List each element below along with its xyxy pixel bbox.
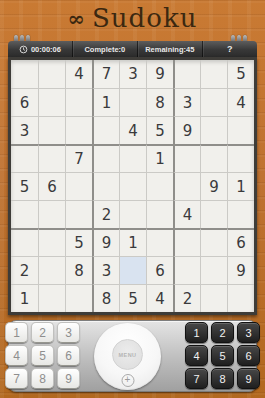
cell-r8c3[interactable]: 8 <box>65 256 92 284</box>
app-title-text: Sudoku <box>92 3 197 33</box>
cell-r4c6[interactable]: 1 <box>146 144 173 172</box>
ink-keypad: 123456789 <box>185 322 260 389</box>
cell-r8c4[interactable]: 3 <box>92 256 119 284</box>
cell-r7c3[interactable]: 5 <box>65 228 92 256</box>
right-key-2[interactable]: 2 <box>211 322 234 343</box>
right-key-9[interactable]: 9 <box>237 368 260 389</box>
cell-r4c9[interactable] <box>227 144 254 172</box>
cell-r3c3[interactable] <box>65 116 92 144</box>
right-key-7[interactable]: 7 <box>185 368 208 389</box>
cell-r5c7[interactable] <box>173 172 200 200</box>
cell-r6c7[interactable]: 4 <box>173 200 200 228</box>
cell-r8c9[interactable]: 9 <box>227 256 254 284</box>
cell-r8c2[interactable] <box>38 256 65 284</box>
cell-r3c4[interactable] <box>92 116 119 144</box>
cell-r7c2[interactable] <box>38 228 65 256</box>
cell-r3c7[interactable]: 9 <box>173 116 200 144</box>
right-key-3[interactable]: 3 <box>237 322 260 343</box>
cell-r4c2[interactable] <box>38 144 65 172</box>
cell-r5c1[interactable]: 5 <box>11 172 38 200</box>
remaining-counter: Remaining:45 <box>137 41 202 57</box>
cell-r1c3[interactable]: 4 <box>65 60 92 88</box>
cell-r4c1[interactable] <box>11 144 38 172</box>
cell-r8c1[interactable]: 2 <box>11 256 38 284</box>
left-key-6[interactable]: 6 <box>57 345 80 366</box>
cell-r6c2[interactable] <box>38 200 65 228</box>
complete-counter: Complete:0 <box>72 41 137 57</box>
right-key-4[interactable]: 4 <box>185 345 208 366</box>
left-key-4[interactable]: 4 <box>5 345 28 366</box>
cell-r3c8[interactable] <box>200 116 227 144</box>
cell-r2c1[interactable]: 6 <box>11 88 38 116</box>
zoom-plus-button[interactable]: + <box>121 374 134 387</box>
cell-r1c6[interactable]: 9 <box>146 60 173 88</box>
left-key-2[interactable]: 2 <box>31 322 54 343</box>
cell-r3c1[interactable]: 3 <box>11 116 38 144</box>
menu-wheel[interactable]: MENU + <box>94 323 161 390</box>
cell-r8c8[interactable] <box>200 256 227 284</box>
cell-r2c4[interactable]: 1 <box>92 88 119 116</box>
left-key-8[interactable]: 8 <box>31 368 54 389</box>
right-key-5[interactable]: 5 <box>211 345 234 366</box>
cell-r6c8[interactable] <box>200 200 227 228</box>
cell-r1c2[interactable] <box>38 60 65 88</box>
left-key-3[interactable]: 3 <box>57 322 80 343</box>
cell-r4c8[interactable] <box>200 144 227 172</box>
cell-r7c7[interactable] <box>173 228 200 256</box>
cell-r9c1[interactable]: 1 <box>11 284 38 312</box>
cell-r9c7[interactable]: 2 <box>173 284 200 312</box>
cell-r3c9[interactable] <box>227 116 254 144</box>
cell-r2c8[interactable] <box>200 88 227 116</box>
cell-r4c3[interactable]: 7 <box>65 144 92 172</box>
cell-r3c6[interactable]: 5 <box>146 116 173 144</box>
cell-r9c4[interactable]: 8 <box>92 284 119 312</box>
cell-r2c2[interactable] <box>38 88 65 116</box>
cell-r6c1[interactable] <box>11 200 38 228</box>
cell-r1c9[interactable]: 5 <box>227 60 254 88</box>
cell-r7c5[interactable]: 1 <box>119 228 146 256</box>
cell-r1c1[interactable] <box>11 60 38 88</box>
cell-r1c7[interactable] <box>173 60 200 88</box>
cell-r9c8[interactable] <box>200 284 227 312</box>
cell-r7c9[interactable]: 6 <box>227 228 254 256</box>
cell-r5c5[interactable] <box>119 172 146 200</box>
timer-value: 00:00:06 <box>31 45 61 54</box>
cell-r7c6[interactable] <box>146 228 173 256</box>
timer-section: 00:00:06 <box>8 41 72 57</box>
cell-r2c6[interactable]: 8 <box>146 88 173 116</box>
cell-r7c1[interactable] <box>11 228 38 256</box>
cell-r1c4[interactable]: 7 <box>92 60 119 88</box>
page-title: ∞Sudoku <box>0 3 265 33</box>
sudoku-board: 473956183434597156912459162836918542 <box>8 57 257 315</box>
cell-r8c7[interactable] <box>173 256 200 284</box>
cell-r7c8[interactable] <box>200 228 227 256</box>
cell-r5c9[interactable]: 1 <box>227 172 254 200</box>
cell-r9c3[interactable] <box>65 284 92 312</box>
right-key-8[interactable]: 8 <box>211 368 234 389</box>
clock-icon <box>19 45 28 54</box>
cell-r1c5[interactable]: 3 <box>119 60 146 88</box>
cell-r4c5[interactable] <box>119 144 146 172</box>
infinity-icon: ∞ <box>68 6 86 31</box>
cell-r9c5[interactable]: 5 <box>119 284 146 312</box>
cell-r2c9[interactable]: 4 <box>227 88 254 116</box>
right-key-1[interactable]: 1 <box>185 322 208 343</box>
status-toolbar: 00:00:06 Complete:0 Remaining:45 ? <box>8 41 257 57</box>
cell-r5c2[interactable]: 6 <box>38 172 65 200</box>
cell-r4c4[interactable] <box>92 144 119 172</box>
menu-button[interactable]: MENU <box>112 339 143 370</box>
cell-r5c8[interactable]: 9 <box>200 172 227 200</box>
cell-r5c3[interactable] <box>65 172 92 200</box>
help-button[interactable]: ? <box>202 41 257 57</box>
cell-r8c5[interactable] <box>119 256 146 284</box>
left-key-1[interactable]: 1 <box>5 322 28 343</box>
cell-r7c4[interactable]: 9 <box>92 228 119 256</box>
cell-r1c8[interactable] <box>200 60 227 88</box>
cell-r9c6[interactable]: 4 <box>146 284 173 312</box>
cell-r2c5[interactable] <box>119 88 146 116</box>
cell-r3c2[interactable] <box>38 116 65 144</box>
left-key-9[interactable]: 9 <box>57 368 80 389</box>
cell-r6c9[interactable] <box>227 200 254 228</box>
cell-r4c7[interactable] <box>173 144 200 172</box>
app-screen: ∞Sudoku 00:00:06 Complete:0 Remaining:45… <box>0 0 265 398</box>
cell-r6c4[interactable]: 2 <box>92 200 119 228</box>
cell-r6c6[interactable] <box>146 200 173 228</box>
pencil-keypad: 123456789 <box>5 322 80 389</box>
cell-r2c7[interactable]: 3 <box>173 88 200 116</box>
cell-r3c5[interactable]: 4 <box>119 116 146 144</box>
cell-r5c6[interactable] <box>146 172 173 200</box>
left-key-7[interactable]: 7 <box>5 368 28 389</box>
right-key-6[interactable]: 6 <box>237 345 260 366</box>
cell-r9c2[interactable] <box>38 284 65 312</box>
cell-r2c3[interactable] <box>65 88 92 116</box>
cell-r9c9[interactable] <box>227 284 254 312</box>
cell-r6c5[interactable] <box>119 200 146 228</box>
cell-r8c6[interactable]: 6 <box>146 256 173 284</box>
left-key-5[interactable]: 5 <box>31 345 54 366</box>
cell-r5c4[interactable] <box>92 172 119 200</box>
cell-r6c3[interactable] <box>65 200 92 228</box>
